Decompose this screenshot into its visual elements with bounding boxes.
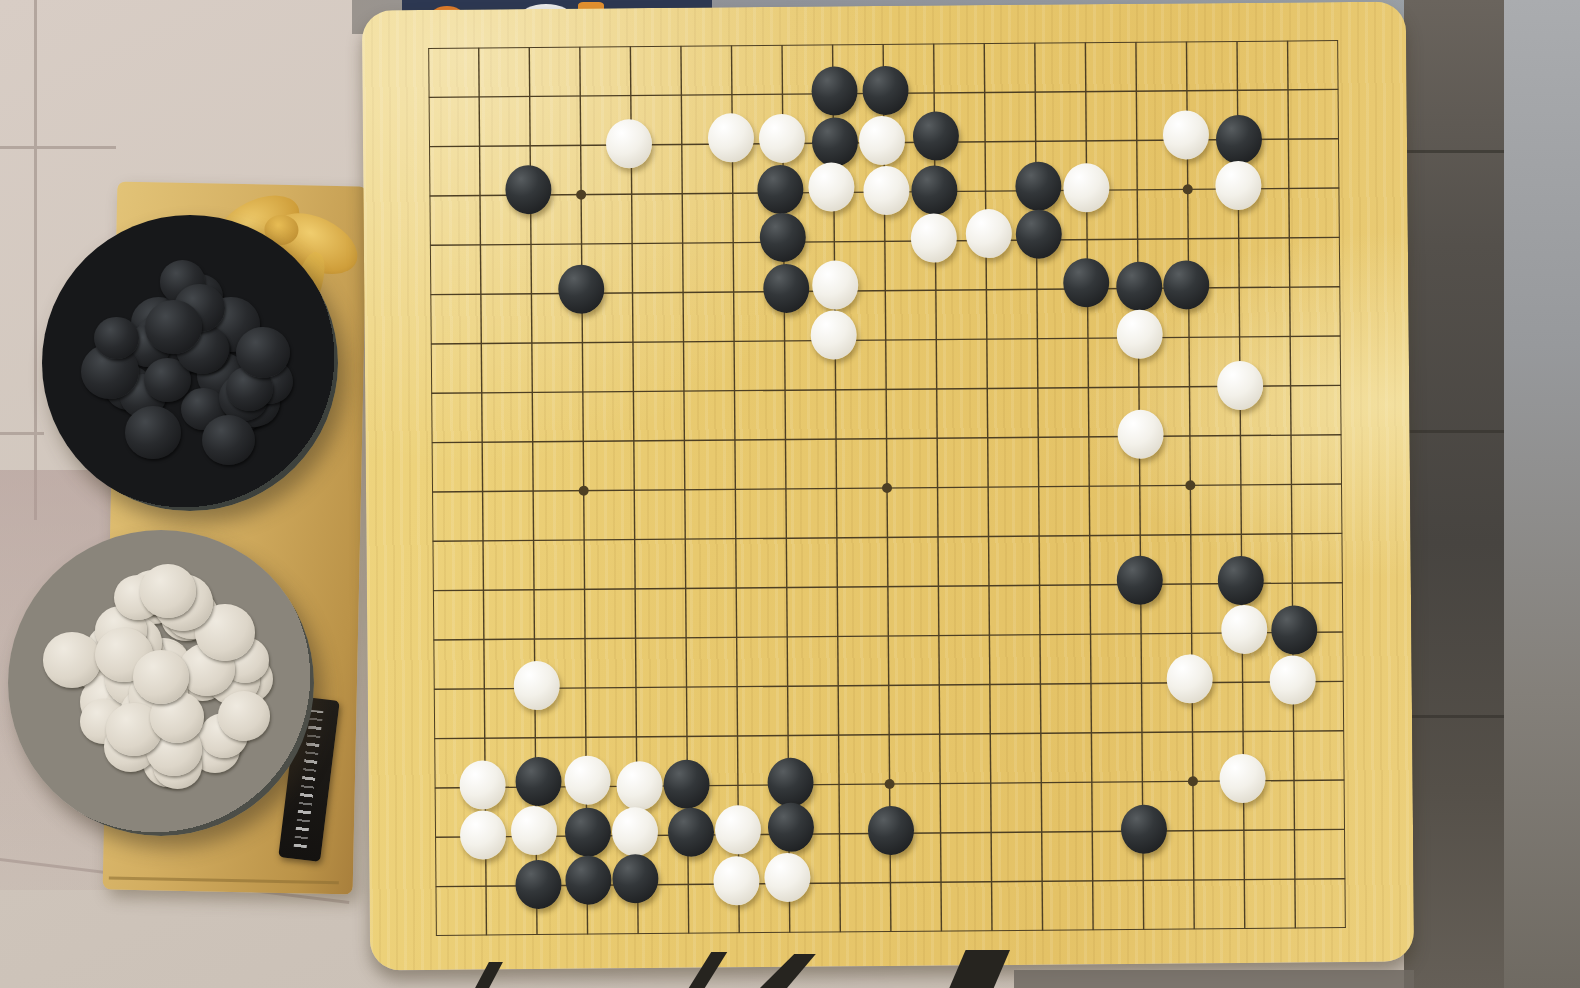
black-stone <box>565 856 611 905</box>
go-scene-photo <box>0 0 1580 988</box>
bowl-stone <box>43 632 102 688</box>
black-stone <box>1121 804 1167 853</box>
white-stone <box>460 761 506 810</box>
floor-seam <box>0 146 116 149</box>
black-stone <box>1163 260 1209 309</box>
black-stone <box>768 803 814 852</box>
white-stone <box>564 755 610 804</box>
black-stone <box>868 805 914 854</box>
black-stone <box>612 854 658 903</box>
black-stone <box>767 758 813 807</box>
white-stone <box>858 116 904 165</box>
white-stone <box>1217 361 1263 410</box>
black-stone <box>664 759 710 808</box>
black-stone <box>1015 209 1061 258</box>
go-board <box>362 1 1414 970</box>
bowl-stone <box>94 317 139 360</box>
white-stone <box>1117 309 1163 358</box>
white-stone <box>966 209 1012 258</box>
white-stone <box>1163 111 1209 160</box>
black-stone <box>1217 556 1263 605</box>
black-stone <box>515 757 561 806</box>
black-stone-bowl <box>42 215 338 511</box>
white-stone <box>606 119 652 168</box>
black-stone <box>911 165 957 214</box>
white-stone <box>513 661 559 710</box>
white-stone <box>612 807 658 856</box>
table-edge-shadow <box>1014 970 1414 988</box>
white-stone <box>1270 655 1316 704</box>
black-stone <box>912 111 958 160</box>
white-stone <box>764 853 810 902</box>
white-stone <box>616 761 662 810</box>
black-stone <box>1063 258 1109 307</box>
bowl-stone <box>236 327 290 378</box>
bowl-stone <box>202 415 255 466</box>
bowl-stone <box>140 564 197 618</box>
white-stone <box>864 166 910 215</box>
white-stone <box>511 806 557 855</box>
floor-seam <box>34 0 37 520</box>
white-stone <box>910 214 956 263</box>
white-stone <box>714 805 760 854</box>
side-floor-dark <box>1404 0 1504 988</box>
white-stone <box>714 856 760 905</box>
black-stone <box>668 807 714 856</box>
white-stone <box>1221 605 1267 654</box>
black-bowl-stones <box>42 215 338 511</box>
black-stone <box>863 65 909 114</box>
black-stone <box>1215 114 1261 163</box>
black-stone <box>812 117 858 166</box>
side-floor-light <box>1504 0 1580 988</box>
white-stone <box>759 114 805 163</box>
black-stone <box>760 213 806 262</box>
white-stone <box>810 310 856 359</box>
black-stone <box>1271 605 1317 654</box>
stones-layer <box>428 40 1346 936</box>
black-stone <box>1116 261 1162 310</box>
black-stone <box>758 165 804 214</box>
black-stone <box>811 66 857 115</box>
white-stone <box>1063 163 1109 212</box>
bowl-stone <box>133 650 189 703</box>
black-stone <box>558 264 604 313</box>
white-stone <box>1216 161 1262 210</box>
black-stone <box>1015 162 1061 211</box>
white-bowl-stones <box>8 530 314 836</box>
bowl-stone <box>125 406 181 459</box>
white-stone-bowl <box>8 530 314 836</box>
white-stone <box>808 162 854 211</box>
white-stone <box>812 260 858 309</box>
white-stone <box>708 113 754 162</box>
white-stone <box>1167 654 1213 703</box>
floor-seam <box>0 432 44 435</box>
bowl-stone <box>218 691 271 741</box>
white-stone <box>460 810 506 859</box>
black-stone <box>564 807 610 856</box>
bowl-stone <box>145 300 202 354</box>
black-stone <box>1117 555 1163 604</box>
white-stone <box>1117 410 1163 459</box>
white-stone <box>1219 754 1265 803</box>
black-stone <box>515 860 561 909</box>
black-stone <box>505 165 551 214</box>
black-stone <box>763 264 809 313</box>
